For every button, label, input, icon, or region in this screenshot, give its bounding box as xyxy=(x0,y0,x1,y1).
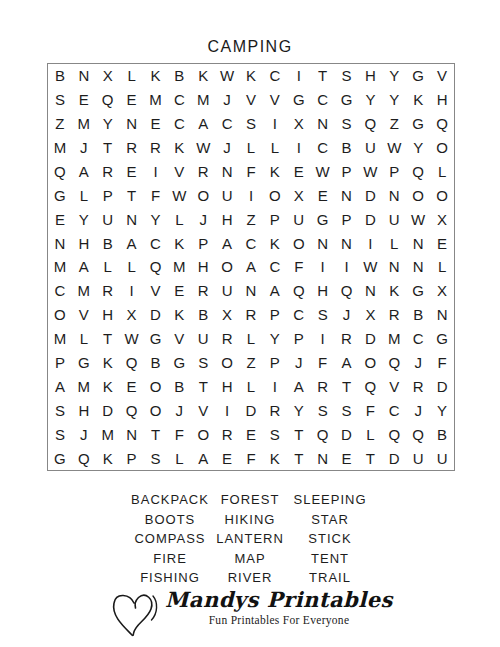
grid-cell-r6c7: O xyxy=(191,183,215,207)
grid-cell-r7c7: J xyxy=(191,207,215,231)
grid-cell-r14c3: K xyxy=(96,374,120,398)
grid-cell-r15c12: S xyxy=(311,398,335,422)
grid-cell-r7c10: P xyxy=(263,207,287,231)
grid-cell-r16c7: O xyxy=(191,422,215,446)
grid-cell-r11c3: H xyxy=(96,303,120,327)
grid-cell-r15c6: J xyxy=(167,398,191,422)
grid-cell-r1c12: T xyxy=(311,64,335,88)
grid-cell-r1c7: K xyxy=(191,64,215,88)
grid-cell-r8c4: A xyxy=(120,231,144,255)
grid-cell-r4c8: J xyxy=(215,136,239,160)
grid-cell-r10c4: I xyxy=(120,279,144,303)
word-item: RIVER xyxy=(210,568,290,588)
grid-cell-r11c4: X xyxy=(120,303,144,327)
grid-cell-r13c10: P xyxy=(263,351,287,375)
grid-cell-r9c6: M xyxy=(167,255,191,279)
grid-cell-r10c1: C xyxy=(48,279,72,303)
grid-cell-r8c15: L xyxy=(382,231,406,255)
grid-cell-r8c12: N xyxy=(311,231,335,255)
grid-cell-r5c12: W xyxy=(311,160,335,184)
grid-cell-r4c13: B xyxy=(335,136,359,160)
grid-cell-r7c13: P xyxy=(335,207,359,231)
grid-cell-r1c11: I xyxy=(287,64,311,88)
grid-cell-r1c4: L xyxy=(120,64,144,88)
grid-cell-r11c11: C xyxy=(287,303,311,327)
grid-cell-r16c17: B xyxy=(430,422,454,446)
grid-cell-r17c7: A xyxy=(191,446,215,470)
grid-cell-r4c14: U xyxy=(358,136,382,160)
grid-cell-r8c16: N xyxy=(406,231,430,255)
grid-cell-r5c7: R xyxy=(191,160,215,184)
grid-cell-r3c8: C xyxy=(215,112,239,136)
heart-logo-icon xyxy=(107,590,163,642)
grid-cell-r3c15: Z xyxy=(382,112,406,136)
grid-cell-r4c7: W xyxy=(191,136,215,160)
grid-cell-r12c14: D xyxy=(358,327,382,351)
grid-cell-r16c6: F xyxy=(167,422,191,446)
grid-cell-r7c5: Y xyxy=(144,207,168,231)
grid-cell-r11c17: N xyxy=(430,303,454,327)
grid-cell-r16c12: Q xyxy=(311,422,335,446)
grid-cell-r7c9: Z xyxy=(239,207,263,231)
grid-cell-r1c2: N xyxy=(72,64,96,88)
word-item: MAP xyxy=(210,549,290,569)
grid-cell-r2c17: H xyxy=(430,88,454,112)
word-item: LANTERN xyxy=(210,529,290,549)
grid-cell-r16c3: M xyxy=(96,422,120,446)
worksheet-page: CAMPING BNXLKBKWKCITSHYGVSEQEMCMJVVGCGYY… xyxy=(0,0,500,647)
grid-cell-r13c14: O xyxy=(358,351,382,375)
grid-cell-r1c15: Y xyxy=(382,64,406,88)
grid-cell-r3c6: C xyxy=(167,112,191,136)
grid-cell-r6c10: O xyxy=(263,183,287,207)
grid-cell-r10c8: U xyxy=(215,279,239,303)
grid-cell-r15c15: C xyxy=(382,398,406,422)
grid-cell-r4c5: R xyxy=(144,136,168,160)
grid-cell-r4c11: I xyxy=(287,136,311,160)
word-list: BACKPACKBOOTSCOMPASSFIREFISHINGFORESTHIK… xyxy=(0,490,500,588)
grid-cell-r15c16: J xyxy=(406,398,430,422)
grid-cell-r10c13: Q xyxy=(335,279,359,303)
grid-cell-r5c6: V xyxy=(167,160,191,184)
grid-cell-r2c13: G xyxy=(335,88,359,112)
grid-cell-r2c10: V xyxy=(263,88,287,112)
word-item: COMPASS xyxy=(130,529,210,549)
grid-cell-r13c12: F xyxy=(311,351,335,375)
grid-cell-r7c1: E xyxy=(48,207,72,231)
grid-cell-r13c5: B xyxy=(144,351,168,375)
grid-cell-r6c1: G xyxy=(48,183,72,207)
grid-cell-r15c11: Y xyxy=(287,398,311,422)
grid-cell-r3c1: Z xyxy=(48,112,72,136)
grid-cell-r13c17: F xyxy=(430,351,454,375)
grid-cell-r4c9: L xyxy=(239,136,263,160)
grid-cell-r6c2: L xyxy=(72,183,96,207)
grid-cell-r7c16: W xyxy=(406,207,430,231)
grid-cell-r15c5: O xyxy=(144,398,168,422)
grid-cell-r12c1: M xyxy=(48,327,72,351)
word-item: TRAIL xyxy=(290,568,370,588)
grid-cell-r9c7: H xyxy=(191,255,215,279)
grid-cell-r10c17: X xyxy=(430,279,454,303)
word-item: HIKING xyxy=(210,510,290,530)
grid-cell-r6c13: N xyxy=(335,183,359,207)
grid-cell-r2c15: Y xyxy=(382,88,406,112)
grid-cell-r10c16: G xyxy=(406,279,430,303)
grid-cell-r2c11: G xyxy=(287,88,311,112)
grid-cell-r16c15: Q xyxy=(382,422,406,446)
grid-cell-r14c14: Q xyxy=(358,374,382,398)
grid-cell-r6c9: I xyxy=(239,183,263,207)
grid-cell-r9c4: L xyxy=(120,255,144,279)
grid-cell-r13c9: Z xyxy=(239,351,263,375)
grid-cell-r12c9: L xyxy=(239,327,263,351)
grid-cell-r12c12: I xyxy=(311,327,335,351)
grid-cell-r14c4: E xyxy=(120,374,144,398)
grid-cell-r4c4: R xyxy=(120,136,144,160)
grid-cell-r7c15: U xyxy=(382,207,406,231)
grid-cell-r10c6: E xyxy=(167,279,191,303)
grid-cell-r2c6: C xyxy=(167,88,191,112)
grid-cell-r7c4: N xyxy=(120,207,144,231)
grid-cell-r17c11: T xyxy=(287,446,311,470)
grid-cell-r5c9: F xyxy=(239,160,263,184)
grid-cell-r8c8: A xyxy=(215,231,239,255)
grid-cell-r4c16: Y xyxy=(406,136,430,160)
word-item: FOREST xyxy=(210,490,290,510)
brand-block: Mandys Printables Fun Printables For Eve… xyxy=(165,587,393,626)
grid-cell-r14c16: R xyxy=(406,374,430,398)
grid-cell-r16c11: T xyxy=(287,422,311,446)
grid-cell-r11c10: P xyxy=(263,303,287,327)
grid-cell-r6c15: N xyxy=(382,183,406,207)
grid-cell-r14c1: A xyxy=(48,374,72,398)
brand-name: Mandys Printables xyxy=(165,587,393,613)
grid-cell-r3c3: Y xyxy=(96,112,120,136)
puzzle-title: CAMPING xyxy=(0,38,500,56)
grid-cell-r5c10: K xyxy=(263,160,287,184)
brand-footer: Mandys Printables Fun Printables For Eve… xyxy=(0,587,500,642)
grid-cell-r12c4: W xyxy=(120,327,144,351)
grid-cell-r5c17: L xyxy=(430,160,454,184)
grid-cell-r14c11: A xyxy=(287,374,311,398)
word-item: SLEEPING xyxy=(290,490,370,510)
grid-cell-r8c14: I xyxy=(358,231,382,255)
grid-cell-r17c13: E xyxy=(335,446,359,470)
grid-cell-r7c17: X xyxy=(430,207,454,231)
grid-cell-r13c8: O xyxy=(215,351,239,375)
grid-cell-r15c10: R xyxy=(263,398,287,422)
grid-cell-r4c3: T xyxy=(96,136,120,160)
grid-cell-r2c5: M xyxy=(144,88,168,112)
grid-cell-r4c17: O xyxy=(430,136,454,160)
grid-cell-r9c12: I xyxy=(311,255,335,279)
grid-cell-r1c3: X xyxy=(96,64,120,88)
grid-cell-r6c3: P xyxy=(96,183,120,207)
grid-cell-r14c7: T xyxy=(191,374,215,398)
grid-cell-r13c11: J xyxy=(287,351,311,375)
grid-cell-r3c16: G xyxy=(406,112,430,136)
grid-cell-r9c2: A xyxy=(72,255,96,279)
grid-cell-r6c5: F xyxy=(144,183,168,207)
word-item: STAR xyxy=(290,510,370,530)
grid-cell-r9c10: C xyxy=(263,255,287,279)
grid-cell-r4c10: L xyxy=(263,136,287,160)
grid-cell-r12c15: M xyxy=(382,327,406,351)
grid-cell-r2c1: S xyxy=(48,88,72,112)
word-list-column-3: SLEEPINGSTARSTICKTENTTRAIL xyxy=(290,490,370,588)
grid-cell-r3c14: Q xyxy=(358,112,382,136)
grid-cell-r16c2: J xyxy=(72,422,96,446)
grid-cell-r2c7: M xyxy=(191,88,215,112)
word-list-column-2: FORESTHIKINGLANTERNMAPRIVER xyxy=(210,490,290,588)
grid-cell-r2c16: K xyxy=(406,88,430,112)
grid-cell-r8c11: O xyxy=(287,231,311,255)
grid-cell-r13c6: G xyxy=(167,351,191,375)
grid-cell-r17c17: U xyxy=(430,446,454,470)
grid-cell-r16c9: E xyxy=(239,422,263,446)
grid-cell-r3c17: Q xyxy=(430,112,454,136)
grid-cell-r14c5: O xyxy=(144,374,168,398)
grid-cell-r7c12: G xyxy=(311,207,335,231)
grid-cell-r3c2: M xyxy=(72,112,96,136)
grid-cell-r15c3: D xyxy=(96,398,120,422)
word-item: TENT xyxy=(290,549,370,569)
grid-cell-r11c13: J xyxy=(335,303,359,327)
grid-cell-r9c13: I xyxy=(335,255,359,279)
grid-cell-r9c16: N xyxy=(406,255,430,279)
grid-cell-r6c6: W xyxy=(167,183,191,207)
grid-cell-r12c3: T xyxy=(96,327,120,351)
grid-cell-r12c7: U xyxy=(191,327,215,351)
grid-cell-r2c4: E xyxy=(120,88,144,112)
grid-cell-r3c7: A xyxy=(191,112,215,136)
grid-cell-r2c9: V xyxy=(239,88,263,112)
word-search-grid: BNXLKBKWKCITSHYGVSEQEMCMJVVGCGYYKHZMYNEC… xyxy=(47,63,455,471)
grid-cell-r6c16: O xyxy=(406,183,430,207)
grid-cell-r1c1: B xyxy=(48,64,72,88)
grid-cell-r14c12: R xyxy=(311,374,335,398)
grid-cell-r3c12: N xyxy=(311,112,335,136)
grid-cell-r15c9: D xyxy=(239,398,263,422)
grid-cell-r1c16: G xyxy=(406,64,430,88)
grid-cell-r11c7: B xyxy=(191,303,215,327)
grid-cell-r6c17: O xyxy=(430,183,454,207)
grid-cell-r16c10: S xyxy=(263,422,287,446)
grid-cell-r2c12: C xyxy=(311,88,335,112)
grid-cell-r9c14: W xyxy=(358,255,382,279)
grid-cell-r8c1: N xyxy=(48,231,72,255)
grid-cell-r13c7: S xyxy=(191,351,215,375)
grid-cell-r4c1: M xyxy=(48,136,72,160)
grid-cell-r1c9: K xyxy=(239,64,263,88)
grid-cell-r7c11: U xyxy=(287,207,311,231)
grid-cell-r11c2: V xyxy=(72,303,96,327)
grid-cell-r17c6: L xyxy=(167,446,191,470)
grid-cell-r14c17: D xyxy=(430,374,454,398)
grid-cell-r5c15: P xyxy=(382,160,406,184)
grid-cell-r5c8: N xyxy=(215,160,239,184)
grid-cell-r17c15: D xyxy=(382,446,406,470)
grid-cell-r17c1: G xyxy=(48,446,72,470)
grid-cell-r7c2: Y xyxy=(72,207,96,231)
grid-cell-r3c11: X xyxy=(287,112,311,136)
grid-cell-r15c13: S xyxy=(335,398,359,422)
grid-cell-r8c3: B xyxy=(96,231,120,255)
grid-cell-r11c9: R xyxy=(239,303,263,327)
grid-cell-r9c8: O xyxy=(215,255,239,279)
grid-cell-r3c13: S xyxy=(335,112,359,136)
grid-cell-r10c3: R xyxy=(96,279,120,303)
grid-cell-r13c3: K xyxy=(96,351,120,375)
grid-cell-r10c12: H xyxy=(311,279,335,303)
grid-cell-r15c17: Y xyxy=(430,398,454,422)
grid-cell-r9c15: N xyxy=(382,255,406,279)
grid-cell-r17c2: Q xyxy=(72,446,96,470)
grid-cell-r8c10: K xyxy=(263,231,287,255)
grid-cell-r5c11: E xyxy=(287,160,311,184)
grid-cell-r8c17: E xyxy=(430,231,454,255)
grid-cell-r17c10: K xyxy=(263,446,287,470)
grid-cell-r17c16: U xyxy=(406,446,430,470)
grid-cell-r9c9: A xyxy=(239,255,263,279)
grid-cell-r11c5: D xyxy=(144,303,168,327)
grid-cell-r16c5: T xyxy=(144,422,168,446)
grid-cell-r14c13: T xyxy=(335,374,359,398)
grid-cell-r17c12: N xyxy=(311,446,335,470)
grid-cell-r1c10: C xyxy=(263,64,287,88)
grid-cell-r10c9: N xyxy=(239,279,263,303)
grid-cell-r11c6: K xyxy=(167,303,191,327)
grid-cell-r14c15: V xyxy=(382,374,406,398)
grid-cell-r11c14: X xyxy=(358,303,382,327)
grid-cell-r4c2: J xyxy=(72,136,96,160)
grid-cell-r13c13: A xyxy=(335,351,359,375)
grid-cell-r16c14: L xyxy=(358,422,382,446)
grid-cell-r7c14: D xyxy=(358,207,382,231)
grid-cell-r5c13: P xyxy=(335,160,359,184)
grid-cell-r8c5: C xyxy=(144,231,168,255)
grid-cell-r3c4: N xyxy=(120,112,144,136)
grid-cell-r4c15: W xyxy=(382,136,406,160)
grid-cell-r1c13: S xyxy=(335,64,359,88)
grid-cell-r17c8: E xyxy=(215,446,239,470)
grid-cell-r12c6: V xyxy=(167,327,191,351)
grid-cell-r16c4: N xyxy=(120,422,144,446)
grid-cell-r13c16: J xyxy=(406,351,430,375)
grid-cell-r14c10: I xyxy=(263,374,287,398)
grid-cell-r10c15: K xyxy=(382,279,406,303)
grid-cell-r13c1: P xyxy=(48,351,72,375)
grid-cell-r9c17: L xyxy=(430,255,454,279)
grid-cell-r5c14: W xyxy=(358,160,382,184)
grid-cell-r10c14: N xyxy=(358,279,382,303)
grid-cell-r11c12: S xyxy=(311,303,335,327)
grid-cell-r8c9: C xyxy=(239,231,263,255)
grid-cell-r8c7: P xyxy=(191,231,215,255)
grid-cell-r12c5: G xyxy=(144,327,168,351)
grid-cell-r3c10: I xyxy=(263,112,287,136)
grid-cell-r14c9: L xyxy=(239,374,263,398)
grid-cell-r17c9: F xyxy=(239,446,263,470)
grid-cell-r1c6: B xyxy=(167,64,191,88)
grid-cell-r6c14: D xyxy=(358,183,382,207)
grid-cell-r3c9: S xyxy=(239,112,263,136)
word-item: FISHING xyxy=(130,568,210,588)
grid-cell-r5c2: A xyxy=(72,160,96,184)
grid-cell-r13c2: G xyxy=(72,351,96,375)
grid-cell-r12c11: P xyxy=(287,327,311,351)
grid-cell-r14c2: M xyxy=(72,374,96,398)
grid-cell-r12c8: R xyxy=(215,327,239,351)
brand-tagline: Fun Printables For Everyone xyxy=(165,614,393,626)
grid-cell-r5c3: R xyxy=(96,160,120,184)
grid-cell-r11c8: X xyxy=(215,303,239,327)
word-item: FIRE xyxy=(130,549,210,569)
grid-cell-r13c15: Q xyxy=(382,351,406,375)
grid-cell-r16c1: S xyxy=(48,422,72,446)
grid-cell-r12c13: R xyxy=(335,327,359,351)
grid-cell-r4c6: K xyxy=(167,136,191,160)
word-item: BOOTS xyxy=(130,510,210,530)
grid-cell-r15c1: S xyxy=(48,398,72,422)
grid-cell-r10c11: Q xyxy=(287,279,311,303)
grid-cell-r2c3: Q xyxy=(96,88,120,112)
grid-cell-r14c6: B xyxy=(167,374,191,398)
grid-cell-r6c8: U xyxy=(215,183,239,207)
grid-cell-r12c2: L xyxy=(72,327,96,351)
grid-cell-r17c5: S xyxy=(144,446,168,470)
grid-cell-r6c11: X xyxy=(287,183,311,207)
grid-cell-r9c3: L xyxy=(96,255,120,279)
grid-cell-r17c4: P xyxy=(120,446,144,470)
grid-cell-r6c12: E xyxy=(311,183,335,207)
grid-cell-r2c14: Y xyxy=(358,88,382,112)
grid-cell-r1c5: K xyxy=(144,64,168,88)
grid-cell-r7c8: H xyxy=(215,207,239,231)
grid-cell-r10c5: V xyxy=(144,279,168,303)
grid-cell-r10c7: R xyxy=(191,279,215,303)
grid-cell-r14c8: H xyxy=(215,374,239,398)
grid-cell-r17c14: T xyxy=(358,446,382,470)
grid-cell-r7c6: L xyxy=(167,207,191,231)
grid-cell-r13c4: Q xyxy=(120,351,144,375)
grid-cell-r17c3: K xyxy=(96,446,120,470)
grid-cell-r6c4: T xyxy=(120,183,144,207)
grid-cell-r9c11: F xyxy=(287,255,311,279)
grid-cell-r5c5: I xyxy=(144,160,168,184)
word-list-column-1: BACKPACKBOOTSCOMPASSFIREFISHING xyxy=(130,490,210,588)
grid-cell-r9c5: Q xyxy=(144,255,168,279)
grid-cell-r12c16: C xyxy=(406,327,430,351)
grid-cell-r16c13: D xyxy=(335,422,359,446)
grid-cell-r15c14: F xyxy=(358,398,382,422)
grid-cell-r8c6: K xyxy=(167,231,191,255)
grid-cell-r12c10: Y xyxy=(263,327,287,351)
grid-cell-r12c17: G xyxy=(430,327,454,351)
grid-cell-r10c10: A xyxy=(263,279,287,303)
grid-cell-r1c14: H xyxy=(358,64,382,88)
grid-cell-r5c1: Q xyxy=(48,160,72,184)
grid-cell-r7c3: U xyxy=(96,207,120,231)
word-item: STICK xyxy=(290,529,370,549)
grid-cell-r1c8: W xyxy=(215,64,239,88)
grid-cell-r5c4: E xyxy=(120,160,144,184)
grid-cell-r15c8: I xyxy=(215,398,239,422)
grid-cell-r2c8: J xyxy=(215,88,239,112)
grid-cell-r16c8: R xyxy=(215,422,239,446)
grid-cell-r2c2: E xyxy=(72,88,96,112)
